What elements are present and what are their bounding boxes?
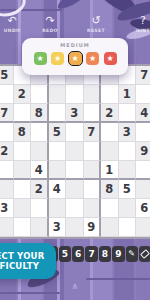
cell-r6c1[interactable] xyxy=(0,161,14,180)
callout-text-line1: SELECT YOUR xyxy=(0,251,44,262)
cell-r7c9[interactable] xyxy=(136,180,150,199)
cell-r4c5[interactable] xyxy=(66,123,84,142)
cell-r7c7[interactable]: 8 xyxy=(101,180,119,199)
cell-r3c1[interactable]: 7 xyxy=(0,104,14,123)
cell-r9c2[interactable] xyxy=(14,218,32,237)
cell-r9c1[interactable] xyxy=(0,218,14,237)
cell-r8c9[interactable]: 6 xyxy=(136,199,150,218)
cell-r4c4[interactable]: 5 xyxy=(49,123,67,142)
difficulty-star-5[interactable]: ★ xyxy=(104,52,117,65)
cell-r4c9[interactable] xyxy=(136,123,150,142)
cell-r5c1[interactable]: 2 xyxy=(0,142,14,161)
cell-r6c5[interactable] xyxy=(66,161,84,180)
cell-r7c6[interactable] xyxy=(84,180,102,199)
cell-r5c7[interactable] xyxy=(101,142,119,161)
star-icon: ★ xyxy=(89,55,96,63)
difficulty-star-2[interactable]: ★ xyxy=(51,52,64,65)
difficulty-stars: ★★★★★ xyxy=(22,52,128,65)
undo-icon: ↶ xyxy=(7,15,16,26)
cell-r7c2[interactable] xyxy=(14,180,32,199)
difficulty-popup: MEDIUM ★★★★★ xyxy=(22,38,128,75)
cell-r6c8[interactable] xyxy=(119,161,137,180)
sudoku-app-screen: ↶UNDO↷REDO↺RESET?HINT 572178324857329412… xyxy=(0,0,150,300)
cell-r9c3[interactable] xyxy=(31,218,49,237)
cell-r3c5[interactable]: 3 xyxy=(66,104,84,123)
cell-r1c1[interactable]: 5 xyxy=(0,66,14,85)
reset-icon: ↺ xyxy=(91,15,100,26)
cell-r7c4[interactable]: 4 xyxy=(49,180,67,199)
cell-r6c6[interactable] xyxy=(84,161,102,180)
star-icon: ★ xyxy=(106,55,113,63)
cell-r5c4[interactable] xyxy=(49,142,67,161)
cell-r8c7[interactable] xyxy=(101,199,119,218)
eraser-icon xyxy=(140,249,150,259)
hint-button[interactable]: ?HINT xyxy=(131,15,150,33)
undo-button-label: UNDO xyxy=(4,28,21,33)
cell-r7c3[interactable]: 2 xyxy=(31,180,49,199)
undo-button[interactable]: ↶UNDO xyxy=(0,15,24,33)
cell-r7c5[interactable] xyxy=(66,180,84,199)
cell-r9c5[interactable] xyxy=(66,218,84,237)
sudoku-board: 5721783248573294124853639 xyxy=(0,64,150,239)
cell-r3c7[interactable]: 2 xyxy=(101,104,119,123)
cell-r2c9[interactable] xyxy=(136,85,150,104)
reset-button[interactable]: ↺RESET xyxy=(84,15,108,33)
cell-r7c8[interactable]: 5 xyxy=(119,180,137,199)
collapse-chevron[interactable]: ∧ xyxy=(69,281,81,291)
cell-r8c8[interactable] xyxy=(119,199,137,218)
redo-icon: ↷ xyxy=(45,15,54,26)
cell-r2c6[interactable] xyxy=(84,85,102,104)
cell-r6c3[interactable]: 4 xyxy=(31,161,49,180)
cell-r8c4[interactable] xyxy=(49,199,67,218)
star-icon: ★ xyxy=(71,55,78,63)
cell-r9c7[interactable] xyxy=(101,218,119,237)
cell-r8c6[interactable] xyxy=(84,199,102,218)
cell-r4c6[interactable]: 7 xyxy=(84,123,102,142)
bamboo-node xyxy=(0,292,60,294)
numpad-key-6[interactable]: 6 xyxy=(72,246,84,262)
redo-button-label: REDO xyxy=(42,28,58,33)
cell-r5c2[interactable] xyxy=(14,142,32,161)
cell-r9c8[interactable] xyxy=(119,218,137,237)
hint-button-label: HINT xyxy=(136,28,150,33)
cell-r8c1[interactable]: 3 xyxy=(0,199,14,218)
numpad-key-7[interactable]: 7 xyxy=(85,246,97,262)
cell-r3c2[interactable] xyxy=(14,104,32,123)
difficulty-star-3[interactable]: ★ xyxy=(69,52,82,65)
difficulty-star-1[interactable]: ★ xyxy=(34,52,47,65)
cell-r9c6[interactable]: 9 xyxy=(84,218,102,237)
eraser-button[interactable] xyxy=(139,246,150,262)
cell-r4c8[interactable]: 3 xyxy=(119,123,137,142)
cell-r3c3[interactable]: 8 xyxy=(31,104,49,123)
cell-r8c3[interactable] xyxy=(31,199,49,218)
cell-r8c5[interactable] xyxy=(66,199,84,218)
cell-r5c3[interactable] xyxy=(31,142,49,161)
cell-r5c5[interactable] xyxy=(66,142,84,161)
cell-r3c8[interactable] xyxy=(119,104,137,123)
cell-r4c7[interactable] xyxy=(101,123,119,142)
pencil-button[interactable]: ✎ xyxy=(126,246,138,262)
cell-r4c1[interactable] xyxy=(0,123,14,142)
cell-r9c4[interactable]: 3 xyxy=(49,218,67,237)
cell-r2c1[interactable] xyxy=(0,85,14,104)
cell-r1c9[interactable]: 7 xyxy=(136,66,150,85)
cell-r2c2[interactable]: 2 xyxy=(14,85,32,104)
cell-r2c7[interactable] xyxy=(101,85,119,104)
hint-icon: ? xyxy=(140,15,146,26)
toolbar: ↶UNDO↷REDO↺RESET?HINT xyxy=(0,15,150,39)
numpad-key-8[interactable]: 8 xyxy=(99,246,111,262)
numpad-key-5[interactable]: 5 xyxy=(59,246,71,262)
cell-r6c4[interactable] xyxy=(49,161,67,180)
star-icon: ★ xyxy=(54,55,61,63)
bamboo-node xyxy=(86,278,150,280)
difficulty-star-4[interactable]: ★ xyxy=(86,52,99,65)
cell-r6c7[interactable]: 1 xyxy=(101,161,119,180)
cell-r2c3[interactable] xyxy=(31,85,49,104)
difficulty-callout: SELECT YOUR DIFFICULTY xyxy=(0,243,56,279)
cell-r5c9[interactable]: 9 xyxy=(136,142,150,161)
numpad-key-9[interactable]: 9 xyxy=(112,246,124,262)
cell-r8c2[interactable] xyxy=(14,199,32,218)
difficulty-label: MEDIUM xyxy=(22,42,128,48)
cell-r6c9[interactable] xyxy=(136,161,150,180)
star-icon: ★ xyxy=(36,55,43,63)
callout-text-line2: DIFFICULTY xyxy=(0,261,39,272)
pencil-icon: ✎ xyxy=(128,250,135,258)
cell-r7c1[interactable] xyxy=(0,180,14,199)
cell-r3c9[interactable]: 4 xyxy=(136,104,150,123)
reset-button-label: RESET xyxy=(87,28,105,33)
cell-r4c2[interactable]: 8 xyxy=(14,123,32,142)
cell-r2c8[interactable]: 1 xyxy=(119,85,137,104)
redo-button[interactable]: ↷REDO xyxy=(38,15,62,33)
cell-r3c4[interactable] xyxy=(49,104,67,123)
cell-r2c5[interactable] xyxy=(66,85,84,104)
cell-r3c6[interactable] xyxy=(84,104,102,123)
cell-r9c9[interactable] xyxy=(136,218,150,237)
cell-r6c2[interactable] xyxy=(14,161,32,180)
cell-r5c6[interactable] xyxy=(84,142,102,161)
cell-r4c3[interactable] xyxy=(31,123,49,142)
cell-r2c4[interactable] xyxy=(49,85,67,104)
cell-r5c8[interactable] xyxy=(119,142,137,161)
